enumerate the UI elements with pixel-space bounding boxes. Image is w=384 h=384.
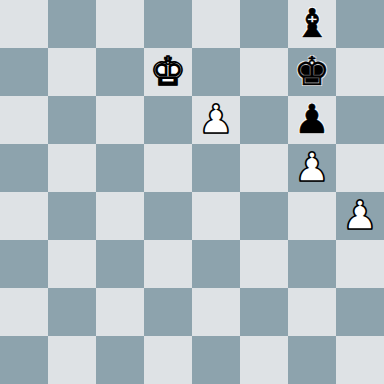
square-d3[interactable] [144,240,192,288]
square-a8[interactable] [0,0,48,48]
square-d4[interactable] [144,192,192,240]
square-g1[interactable] [288,336,336,384]
square-b1[interactable] [48,336,96,384]
square-f1[interactable] [240,336,288,384]
square-a3[interactable] [0,240,48,288]
square-e2[interactable] [192,288,240,336]
square-g6[interactable]: ♟ [288,96,336,144]
white-pawn[interactable]: ♟ [294,143,330,191]
square-b7[interactable] [48,48,96,96]
square-f4[interactable] [240,192,288,240]
square-b3[interactable] [48,240,96,288]
square-f8[interactable] [240,0,288,48]
square-e3[interactable] [192,240,240,288]
white-pawn[interactable]: ♟ [198,95,234,143]
square-c4[interactable] [96,192,144,240]
square-b5[interactable] [48,144,96,192]
square-d8[interactable] [144,0,192,48]
square-a2[interactable] [0,288,48,336]
black-bishop[interactable]: ♝ [294,0,330,47]
white-king[interactable]: ♚ [150,47,186,95]
square-c6[interactable] [96,96,144,144]
square-f3[interactable] [240,240,288,288]
square-h7[interactable] [336,48,384,96]
black-king[interactable]: ♚ [294,47,330,95]
square-a5[interactable] [0,144,48,192]
square-g3[interactable] [288,240,336,288]
square-e8[interactable] [192,0,240,48]
black-pawn[interactable]: ♟ [294,95,330,143]
square-d5[interactable] [144,144,192,192]
square-h2[interactable] [336,288,384,336]
square-h5[interactable] [336,144,384,192]
square-e5[interactable] [192,144,240,192]
square-c7[interactable] [96,48,144,96]
square-g7[interactable]: ♚ [288,48,336,96]
square-e1[interactable] [192,336,240,384]
square-g5[interactable]: ♟ [288,144,336,192]
chess-board: ♝♚♚♟♟♟♟ [0,0,384,384]
square-h8[interactable] [336,0,384,48]
square-a6[interactable] [0,96,48,144]
square-b2[interactable] [48,288,96,336]
square-h1[interactable] [336,336,384,384]
square-c2[interactable] [96,288,144,336]
square-c5[interactable] [96,144,144,192]
square-e6[interactable]: ♟ [192,96,240,144]
square-e4[interactable] [192,192,240,240]
square-c8[interactable] [96,0,144,48]
square-d2[interactable] [144,288,192,336]
square-f7[interactable] [240,48,288,96]
square-b6[interactable] [48,96,96,144]
square-d7[interactable]: ♚ [144,48,192,96]
white-pawn[interactable]: ♟ [342,191,378,239]
square-h6[interactable] [336,96,384,144]
square-d6[interactable] [144,96,192,144]
square-g2[interactable] [288,288,336,336]
square-f2[interactable] [240,288,288,336]
square-c1[interactable] [96,336,144,384]
square-c3[interactable] [96,240,144,288]
square-g4[interactable] [288,192,336,240]
square-b8[interactable] [48,0,96,48]
square-b4[interactable] [48,192,96,240]
square-h4[interactable]: ♟ [336,192,384,240]
square-f5[interactable] [240,144,288,192]
square-d1[interactable] [144,336,192,384]
square-a4[interactable] [0,192,48,240]
square-g8[interactable]: ♝ [288,0,336,48]
square-a7[interactable] [0,48,48,96]
square-f6[interactable] [240,96,288,144]
square-h3[interactable] [336,240,384,288]
square-e7[interactable] [192,48,240,96]
square-a1[interactable] [0,336,48,384]
